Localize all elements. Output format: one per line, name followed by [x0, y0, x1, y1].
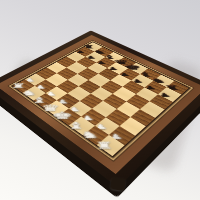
- white-pawn: ♟: [56, 98, 69, 103]
- white-bishop: ♝: [30, 96, 47, 103]
- board-square: [67, 86, 90, 100]
- black-pawn: ♟: [143, 85, 157, 90]
- board-square: ♝: [69, 116, 94, 134]
- board-foot: [110, 177, 126, 191]
- board-square: [119, 117, 144, 135]
- board-square: [92, 100, 116, 116]
- white-pawn: ♟: [93, 123, 108, 129]
- board-square: [79, 93, 102, 108]
- board-square: ♜: [96, 134, 123, 155]
- white-king: ♚: [52, 111, 73, 120]
- board-square: ♟: [108, 125, 134, 144]
- white-knight: ♞: [79, 130, 98, 139]
- black-pawn: ♟: [157, 92, 171, 97]
- board-square: ♛: [44, 100, 68, 116]
- board-square: ♟: [68, 100, 92, 116]
- white-pawn: ♟: [80, 114, 94, 120]
- board-square: ♚: [56, 108, 81, 125]
- white-pawn: ♟: [44, 91, 56, 96]
- board-square: ♞: [82, 125, 108, 144]
- white-queen: ♛: [40, 103, 60, 111]
- board-square: [102, 93, 125, 108]
- board-square: [105, 108, 130, 125]
- chess-set-photo: ♜♞♝♛♚♝♞♜♟♟♟♟♟♟♟♟♟♟♟♟♟♟♟♟♜♞♝♛♚♝♞♜: [0, 0, 200, 200]
- board-square: [116, 101, 140, 117]
- board-square: ♟: [56, 93, 79, 108]
- board-square: [135, 86, 158, 100]
- board-square: ♝: [33, 92, 56, 107]
- white-pawn: ♟: [67, 106, 80, 112]
- board-square: ♟: [158, 87, 181, 101]
- board-squares: ♜♞♝♛♚♝♞♜♟♟♟♟♟♟♟♟♟♟♟♟♟♟♟♟♜♞♝♛♚♝♞♜: [12, 42, 188, 155]
- board-square: ♟: [94, 116, 119, 134]
- board-square: ♟: [81, 108, 106, 125]
- board-square: [112, 86, 135, 100]
- white-rook: ♜: [10, 83, 25, 89]
- board-square: [130, 108, 155, 125]
- board-square: [140, 101, 164, 117]
- white-pawn: ♟: [107, 133, 122, 140]
- board-square: ♟: [45, 86, 67, 100]
- white-bishop: ♝: [65, 121, 84, 130]
- white-rook: ♜: [94, 141, 113, 150]
- board-square: ♞: [22, 85, 44, 99]
- board-square: [126, 93, 149, 108]
- white-knight: ♞: [20, 89, 36, 95]
- board-square: [149, 94, 172, 109]
- board-square: [90, 86, 113, 100]
